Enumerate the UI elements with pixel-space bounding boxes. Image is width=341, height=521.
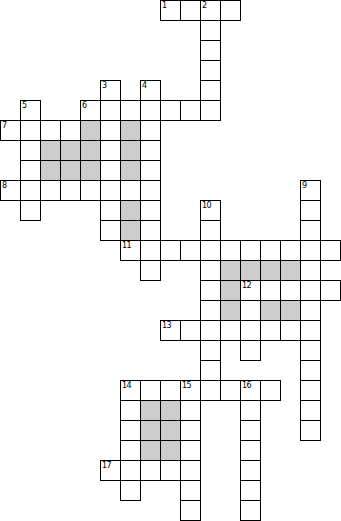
cell-r0c10[interactable]: 2 bbox=[200, 0, 221, 21]
shaded-cell-r15c14 bbox=[280, 300, 301, 321]
clue-number-5: 5 bbox=[22, 101, 27, 110]
cell-r21c9[interactable] bbox=[180, 420, 201, 441]
cell-r16c10[interactable] bbox=[200, 320, 221, 341]
cell-r9c0[interactable]: 8 bbox=[0, 180, 21, 201]
cell-r6c5[interactable] bbox=[100, 120, 121, 141]
cell-r12c10[interactable] bbox=[200, 240, 221, 261]
cell-r25c12[interactable] bbox=[240, 500, 261, 521]
cell-r5c1[interactable]: 5 bbox=[20, 100, 41, 121]
cell-r20c15[interactable] bbox=[300, 400, 321, 421]
cell-r20c12[interactable] bbox=[240, 400, 261, 421]
cell-r5c8[interactable] bbox=[160, 100, 181, 121]
cell-r20c6[interactable] bbox=[120, 400, 141, 421]
shaded-cell-r6c4 bbox=[80, 120, 101, 141]
cell-r13c15[interactable] bbox=[300, 260, 321, 281]
cell-r16c9[interactable] bbox=[180, 320, 201, 341]
cell-r6c7[interactable] bbox=[140, 120, 161, 141]
cell-r13c7[interactable] bbox=[140, 260, 161, 281]
cell-r9c3[interactable] bbox=[60, 180, 81, 201]
crossword-grid: 1234567891011121314151617 bbox=[0, 0, 341, 521]
cell-r1c10[interactable] bbox=[200, 20, 221, 41]
shaded-cell-r8c3 bbox=[60, 160, 81, 181]
cell-r12c11[interactable] bbox=[220, 240, 241, 261]
cell-r12c15[interactable] bbox=[300, 240, 321, 261]
cell-r9c6[interactable] bbox=[120, 180, 141, 201]
clue-number-3: 3 bbox=[102, 81, 107, 90]
cell-r16c11[interactable] bbox=[220, 320, 241, 341]
cell-r18c10[interactable] bbox=[200, 360, 221, 381]
cell-r12c8[interactable] bbox=[160, 240, 181, 261]
shaded-cell-r22c8 bbox=[160, 440, 181, 461]
clue-number-16: 16 bbox=[242, 381, 251, 390]
cell-r21c6[interactable] bbox=[120, 420, 141, 441]
clue-number-13: 13 bbox=[162, 321, 171, 330]
shaded-cell-r22c7 bbox=[140, 440, 161, 461]
cell-r11c15[interactable] bbox=[300, 220, 321, 241]
cell-r9c2[interactable] bbox=[40, 180, 61, 201]
shaded-cell-r7c2 bbox=[40, 140, 61, 161]
cell-r10c10[interactable]: 10 bbox=[200, 200, 221, 221]
clue-number-9: 9 bbox=[302, 181, 307, 190]
cell-r19c8[interactable] bbox=[160, 380, 181, 401]
cell-r10c1[interactable] bbox=[20, 200, 41, 221]
clue-number-14: 14 bbox=[122, 381, 131, 390]
cell-r19c6[interactable]: 14 bbox=[120, 380, 141, 401]
cell-r20c9[interactable] bbox=[180, 400, 201, 421]
cell-r10c5[interactable] bbox=[100, 200, 121, 221]
shaded-cell-r8c6 bbox=[120, 160, 141, 181]
cell-r12c13[interactable] bbox=[260, 240, 281, 261]
shaded-cell-r11c6 bbox=[120, 220, 141, 241]
cell-r19c11[interactable] bbox=[220, 380, 241, 401]
cell-r6c2[interactable] bbox=[40, 120, 61, 141]
shaded-cell-r13c14 bbox=[280, 260, 301, 281]
cell-r5c9[interactable] bbox=[180, 100, 201, 121]
cell-r17c12[interactable] bbox=[240, 340, 261, 361]
shaded-cell-r8c4 bbox=[80, 160, 101, 181]
cell-r7c5[interactable] bbox=[100, 140, 121, 161]
cell-r9c15[interactable]: 9 bbox=[300, 180, 321, 201]
cell-r19c7[interactable] bbox=[140, 380, 161, 401]
cell-r8c1[interactable] bbox=[20, 160, 41, 181]
cell-r11c7[interactable] bbox=[140, 220, 161, 241]
clue-number-12: 12 bbox=[242, 281, 251, 290]
clue-number-1: 1 bbox=[162, 1, 167, 10]
cell-r7c7[interactable] bbox=[140, 140, 161, 161]
cell-r13c10[interactable] bbox=[200, 260, 221, 281]
cell-r9c4[interactable] bbox=[80, 180, 101, 201]
cell-r9c1[interactable] bbox=[20, 180, 41, 201]
cell-r14c10[interactable] bbox=[200, 280, 221, 301]
cell-r6c3[interactable] bbox=[60, 120, 81, 141]
cell-r16c13[interactable] bbox=[260, 320, 281, 341]
cell-r5c4[interactable]: 6 bbox=[80, 100, 101, 121]
cell-r22c9[interactable] bbox=[180, 440, 201, 461]
cell-r24c9[interactable] bbox=[180, 480, 201, 501]
shaded-cell-r7c3 bbox=[60, 140, 81, 161]
shaded-cell-r13c13 bbox=[260, 260, 281, 281]
cell-r12c12[interactable] bbox=[240, 240, 261, 261]
cell-r3c10[interactable] bbox=[200, 60, 221, 81]
cell-r0c9[interactable] bbox=[180, 0, 201, 21]
clue-number-10: 10 bbox=[202, 201, 211, 210]
clue-number-15: 15 bbox=[182, 381, 191, 390]
cell-r5c6[interactable] bbox=[120, 100, 141, 121]
cell-r14c16[interactable] bbox=[320, 280, 341, 301]
cell-r17c10[interactable] bbox=[200, 340, 221, 361]
cell-r6c0[interactable]: 7 bbox=[0, 120, 21, 141]
cell-r2c10[interactable] bbox=[200, 40, 221, 61]
cell-r15c12[interactable] bbox=[240, 300, 261, 321]
cell-r16c15[interactable] bbox=[300, 320, 321, 341]
shaded-cell-r6c6 bbox=[120, 120, 141, 141]
cell-r19c10[interactable] bbox=[200, 380, 221, 401]
cell-r5c5[interactable] bbox=[100, 100, 121, 121]
cell-r18c15[interactable] bbox=[300, 360, 321, 381]
cell-r16c8[interactable]: 13 bbox=[160, 320, 181, 341]
cell-r22c12[interactable] bbox=[240, 440, 261, 461]
cell-r7c1[interactable] bbox=[20, 140, 41, 161]
shaded-cell-r13c12 bbox=[240, 260, 261, 281]
cell-r17c15[interactable] bbox=[300, 340, 321, 361]
cell-r0c11[interactable] bbox=[220, 0, 241, 21]
cell-r23c6[interactable] bbox=[120, 460, 141, 481]
cell-r16c14[interactable] bbox=[280, 320, 301, 341]
clue-number-17: 17 bbox=[102, 461, 111, 470]
cell-r8c7[interactable] bbox=[140, 160, 161, 181]
cell-r10c15[interactable] bbox=[300, 200, 321, 221]
cell-r8c5[interactable] bbox=[100, 160, 121, 181]
shaded-cell-r13c11 bbox=[220, 260, 241, 281]
cell-r14c14[interactable] bbox=[280, 280, 301, 301]
shaded-cell-r10c6 bbox=[120, 200, 141, 221]
clue-number-4: 4 bbox=[142, 81, 147, 90]
shaded-cell-r21c7 bbox=[140, 420, 161, 441]
cell-r11c5[interactable] bbox=[100, 220, 121, 241]
clue-number-2: 2 bbox=[202, 1, 207, 10]
cell-r9c7[interactable] bbox=[140, 180, 161, 201]
cell-r19c15[interactable] bbox=[300, 380, 321, 401]
cell-r4c10[interactable] bbox=[200, 80, 221, 101]
cell-r4c7[interactable]: 4 bbox=[140, 80, 161, 101]
cell-r12c9[interactable] bbox=[180, 240, 201, 261]
shaded-cell-r8c2 bbox=[40, 160, 61, 181]
cell-r14c15[interactable] bbox=[300, 280, 321, 301]
clue-number-8: 8 bbox=[2, 181, 7, 190]
cell-r15c15[interactable] bbox=[300, 300, 321, 321]
shaded-cell-r15c13 bbox=[260, 300, 281, 321]
cell-r23c8[interactable] bbox=[160, 460, 181, 481]
shaded-cell-r15c11 bbox=[220, 300, 241, 321]
cell-r12c14[interactable] bbox=[280, 240, 301, 261]
cell-r23c9[interactable] bbox=[180, 460, 201, 481]
shaded-cell-r7c4 bbox=[80, 140, 101, 161]
cell-r6c1[interactable] bbox=[20, 120, 41, 141]
cell-r19c12[interactable]: 16 bbox=[240, 380, 261, 401]
cell-r5c7[interactable] bbox=[140, 100, 161, 121]
shaded-cell-r7c6 bbox=[120, 140, 141, 161]
cell-r23c5[interactable]: 17 bbox=[100, 460, 121, 481]
cell-r24c6[interactable] bbox=[120, 480, 141, 501]
clue-number-6: 6 bbox=[82, 101, 87, 110]
cell-r11c10[interactable] bbox=[200, 220, 221, 241]
shaded-cell-r20c7 bbox=[140, 400, 161, 421]
cell-r9c5[interactable] bbox=[100, 180, 121, 201]
cell-r23c12[interactable] bbox=[240, 460, 261, 481]
cell-r5c10[interactable] bbox=[200, 100, 221, 121]
cell-r21c15[interactable] bbox=[300, 420, 321, 441]
cell-r14c12[interactable]: 12 bbox=[240, 280, 261, 301]
cell-r12c16[interactable] bbox=[320, 240, 341, 261]
clue-number-11: 11 bbox=[122, 241, 131, 250]
cell-r14c13[interactable] bbox=[260, 280, 281, 301]
cell-r16c12[interactable] bbox=[240, 320, 261, 341]
cell-r10c7[interactable] bbox=[140, 200, 161, 221]
cell-r0c8[interactable]: 1 bbox=[160, 0, 181, 21]
cell-r12c7[interactable] bbox=[140, 240, 161, 261]
shaded-cell-r21c8 bbox=[160, 420, 181, 441]
cell-r23c7[interactable] bbox=[140, 460, 161, 481]
cell-r19c13[interactable] bbox=[260, 380, 281, 401]
cell-r15c10[interactable] bbox=[200, 300, 221, 321]
clue-number-7: 7 bbox=[2, 121, 7, 130]
cell-r24c12[interactable] bbox=[240, 480, 261, 501]
cell-r21c12[interactable] bbox=[240, 420, 261, 441]
cell-r22c6[interactable] bbox=[120, 440, 141, 461]
cell-r25c9[interactable] bbox=[180, 500, 201, 521]
shaded-cell-r14c11 bbox=[220, 280, 241, 301]
cell-r12c6[interactable]: 11 bbox=[120, 240, 141, 261]
cell-r19c9[interactable]: 15 bbox=[180, 380, 201, 401]
cell-r4c5[interactable]: 3 bbox=[100, 80, 121, 101]
shaded-cell-r20c8 bbox=[160, 400, 181, 421]
